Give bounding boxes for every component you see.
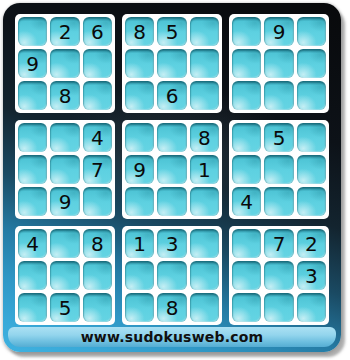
cell-r8c3[interactable]: [83, 261, 112, 290]
cell-r3c1[interactable]: [18, 81, 47, 110]
cell-r4c2[interactable]: [50, 123, 79, 152]
cell-r9c7[interactable]: [232, 293, 261, 322]
box-3-3: 723: [229, 226, 329, 325]
cell-r3c4[interactable]: [125, 81, 154, 110]
cell-r1c6[interactable]: [190, 17, 219, 46]
sudoku-widget: 2698856947989154485138723 www.sudokusweb…: [0, 0, 350, 360]
cell-r6c5[interactable]: [157, 187, 186, 216]
cell-r7c3[interactable]: 8: [83, 229, 112, 258]
cell-r7c6[interactable]: [190, 229, 219, 258]
cell-r1c1[interactable]: [18, 17, 47, 46]
box-2-1: 479: [15, 120, 115, 219]
cell-r4c6[interactable]: 8: [190, 123, 219, 152]
cell-r9c8[interactable]: [264, 293, 293, 322]
footer-link[interactable]: www.sudokusweb.com: [81, 329, 264, 345]
cell-r8c2[interactable]: [50, 261, 79, 290]
cell-r2c3[interactable]: [83, 49, 112, 78]
cell-r3c6[interactable]: [190, 81, 219, 110]
cell-r7c4[interactable]: 1: [125, 229, 154, 258]
cell-r7c1[interactable]: 4: [18, 229, 47, 258]
cell-r5c7[interactable]: [232, 155, 261, 184]
cell-r1c5[interactable]: 5: [157, 17, 186, 46]
cell-r9c2[interactable]: 5: [50, 293, 79, 322]
cell-r4c8[interactable]: 5: [264, 123, 293, 152]
cell-r4c3[interactable]: 4: [83, 123, 112, 152]
cell-r6c2[interactable]: 9: [50, 187, 79, 216]
cell-r4c1[interactable]: [18, 123, 47, 152]
cell-r7c9[interactable]: 2: [297, 229, 326, 258]
box-3-2: 138: [122, 226, 222, 325]
cell-r5c2[interactable]: [50, 155, 79, 184]
box-1-3: 9: [229, 14, 329, 113]
cell-r2c1[interactable]: 9: [18, 49, 47, 78]
cell-r6c1[interactable]: [18, 187, 47, 216]
sudoku-board: 2698856947989154485138723: [15, 14, 329, 325]
cell-r8c9[interactable]: 3: [297, 261, 326, 290]
cell-r7c2[interactable]: [50, 229, 79, 258]
cell-r1c2[interactable]: 2: [50, 17, 79, 46]
cell-r5c3[interactable]: 7: [83, 155, 112, 184]
cell-r1c9[interactable]: [297, 17, 326, 46]
cell-r3c2[interactable]: 8: [50, 81, 79, 110]
cell-r9c4[interactable]: [125, 293, 154, 322]
cell-r3c3[interactable]: [83, 81, 112, 110]
cell-r2c2[interactable]: [50, 49, 79, 78]
cell-r4c4[interactable]: [125, 123, 154, 152]
box-1-1: 2698: [15, 14, 115, 113]
cell-r2c9[interactable]: [297, 49, 326, 78]
cell-r9c5[interactable]: 8: [157, 293, 186, 322]
cell-r4c9[interactable]: [297, 123, 326, 152]
cell-r8c6[interactable]: [190, 261, 219, 290]
cell-r5c6[interactable]: 1: [190, 155, 219, 184]
footer-bar: www.sudokusweb.com: [8, 327, 336, 347]
cell-r6c7[interactable]: 4: [232, 187, 261, 216]
cell-r3c9[interactable]: [297, 81, 326, 110]
cell-r8c1[interactable]: [18, 261, 47, 290]
cell-r2c8[interactable]: [264, 49, 293, 78]
cell-r9c3[interactable]: [83, 293, 112, 322]
cell-r8c4[interactable]: [125, 261, 154, 290]
cell-r8c5[interactable]: [157, 261, 186, 290]
cell-r9c6[interactable]: [190, 293, 219, 322]
cell-r1c7[interactable]: [232, 17, 261, 46]
cell-r1c8[interactable]: 9: [264, 17, 293, 46]
cell-r5c4[interactable]: 9: [125, 155, 154, 184]
box-2-2: 891: [122, 120, 222, 219]
cell-r4c5[interactable]: [157, 123, 186, 152]
cell-r6c4[interactable]: [125, 187, 154, 216]
board-frame: 2698856947989154485138723 www.sudokusweb…: [3, 3, 341, 352]
cell-r2c5[interactable]: [157, 49, 186, 78]
cell-r2c6[interactable]: [190, 49, 219, 78]
cell-r8c8[interactable]: [264, 261, 293, 290]
cell-r9c9[interactable]: [297, 293, 326, 322]
cell-r9c1[interactable]: [18, 293, 47, 322]
cell-r3c7[interactable]: [232, 81, 261, 110]
cell-r6c9[interactable]: [297, 187, 326, 216]
cell-r5c9[interactable]: [297, 155, 326, 184]
cell-r4c7[interactable]: [232, 123, 261, 152]
cell-r6c8[interactable]: [264, 187, 293, 216]
cell-r3c8[interactable]: [264, 81, 293, 110]
cell-r5c1[interactable]: [18, 155, 47, 184]
cell-r2c7[interactable]: [232, 49, 261, 78]
cell-r8c7[interactable]: [232, 261, 261, 290]
box-3-1: 485: [15, 226, 115, 325]
cell-r6c6[interactable]: [190, 187, 219, 216]
cell-r7c8[interactable]: 7: [264, 229, 293, 258]
cell-r5c5[interactable]: [157, 155, 186, 184]
cell-r6c3[interactable]: [83, 187, 112, 216]
cell-r1c4[interactable]: 8: [125, 17, 154, 46]
cell-r5c8[interactable]: [264, 155, 293, 184]
cell-r2c4[interactable]: [125, 49, 154, 78]
cell-r3c5[interactable]: 6: [157, 81, 186, 110]
box-2-3: 54: [229, 120, 329, 219]
cell-r7c7[interactable]: [232, 229, 261, 258]
cell-r1c3[interactable]: 6: [83, 17, 112, 46]
cell-r7c5[interactable]: 3: [157, 229, 186, 258]
box-1-2: 856: [122, 14, 222, 113]
